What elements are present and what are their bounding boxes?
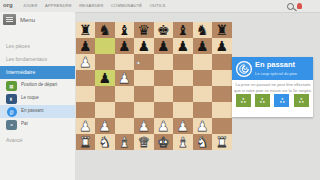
square-f4[interactable]: [173, 86, 193, 102]
square-e7[interactable]: ♟: [154, 38, 174, 54]
sidebar-item-avance[interactable]: Avancé: [0, 134, 75, 147]
level-3-current[interactable]: ★★★: [274, 94, 289, 107]
square-g1[interactable]: ♞: [193, 134, 213, 150]
square-d2[interactable]: ♟: [134, 118, 154, 134]
square-a6[interactable]: ♟: [76, 54, 96, 70]
square-a2[interactable]: ♟: [76, 118, 96, 134]
square-c8[interactable]: ♝: [115, 22, 135, 38]
board-setup-icon: ▦: [6, 81, 17, 91]
square-f2[interactable]: ♟: [173, 118, 193, 134]
square-f1[interactable]: ♝: [173, 134, 193, 150]
nav-item-regarder[interactable]: REGARDER: [79, 3, 103, 8]
sidebar-item-label: En passant: [21, 108, 66, 118]
square-g6[interactable]: [193, 54, 213, 70]
square-c6[interactable]: [115, 54, 135, 70]
level-4[interactable]: ★★★: [294, 94, 309, 107]
black-rook[interactable]: ♜: [212, 22, 232, 38]
square-g5[interactable]: [193, 70, 213, 86]
square-g2[interactable]: ♟: [193, 118, 213, 134]
square-a5[interactable]: [76, 70, 96, 86]
sidebar-item-position-de-depart[interactable]: ▦Position de départ: [0, 79, 75, 92]
sidebar-item-pat[interactable]: =Pat: [0, 118, 75, 131]
lesson-subtitle: Le coup spécial du pion: [255, 71, 320, 80]
square-a8[interactable]: ♜: [76, 22, 96, 38]
square-f8[interactable]: ♝: [173, 22, 193, 38]
square-b1[interactable]: ♞: [95, 134, 115, 150]
white-pawn[interactable]: ♟: [115, 70, 135, 86]
lesson-panel-body: La prise en passant ne peut être effectu…: [232, 80, 313, 117]
black-bishop[interactable]: ♝: [173, 22, 193, 38]
white-knight[interactable]: ♞: [193, 134, 213, 150]
black-knight[interactable]: ♞: [95, 22, 115, 38]
black-knight[interactable]: ♞: [193, 22, 213, 38]
square-e5[interactable]: [154, 70, 174, 86]
white-pawn[interactable]: ♟: [154, 118, 174, 134]
level-progress: ★★★★★★★★★★★★: [232, 94, 313, 110]
black-queen[interactable]: ♛: [134, 22, 154, 38]
square-h8[interactable]: ♜: [212, 22, 232, 38]
en-passant-swirl-icon: @: [7, 107, 17, 117]
square-d4[interactable]: [134, 86, 154, 102]
white-pawn[interactable]: ♟: [76, 54, 96, 70]
white-pawn[interactable]: ♟: [173, 118, 193, 134]
square-h2[interactable]: [212, 118, 232, 134]
black-pawn[interactable]: ♟: [173, 38, 193, 54]
white-king[interactable]: ♚: [154, 134, 174, 150]
white-knight[interactable]: ♞: [95, 134, 115, 150]
square-d1[interactable]: ♛: [134, 134, 154, 150]
square-a3[interactable]: [76, 102, 96, 118]
sidebar-section-label: Avancé: [6, 137, 39, 148]
square-d3[interactable]: [134, 102, 154, 118]
square-f3[interactable]: [173, 102, 193, 118]
square-c7[interactable]: ♟: [115, 38, 135, 54]
square-b3[interactable]: [95, 102, 115, 118]
search-icon[interactable]: [287, 3, 294, 10]
sidebar-item-en-passant[interactable]: @En passant: [0, 105, 75, 118]
square-a7[interactable]: ♟: [76, 38, 96, 54]
square-c2[interactable]: [115, 118, 135, 134]
learn-sidebar: Menu Les piècesLes fondamentauxIntermédi…: [0, 12, 75, 180]
level-2[interactable]: ★★★: [255, 94, 270, 107]
white-bishop[interactable]: ♝: [173, 134, 193, 150]
square-b4[interactable]: [95, 86, 115, 102]
nav-item-communaute[interactable]: COMMUNAUTÉ: [111, 3, 142, 8]
square-h4[interactable]: [212, 86, 232, 102]
square-h1[interactable]: ♜: [212, 134, 232, 150]
black-bishop[interactable]: ♝: [115, 22, 135, 38]
sidebar-item-intermediaire[interactable]: Intermédiaire: [0, 66, 75, 79]
white-bishop[interactable]: ♝: [115, 134, 135, 150]
square-a4[interactable]: [76, 86, 96, 102]
black-pawn[interactable]: ♟: [115, 38, 135, 54]
notification-icon[interactable]: [297, 3, 302, 9]
square-a1[interactable]: ♜: [76, 134, 96, 150]
black-pawn[interactable]: ♟: [76, 38, 96, 54]
white-queen[interactable]: ♛: [134, 134, 154, 150]
sidebar-item-les-fondamentaux[interactable]: Les fondamentaux: [0, 53, 75, 66]
lichess-learn-page: org JOUERAPPRENDREREGARDERCOMMUNAUTÉOUTI…: [0, 0, 320, 180]
en-passant-swirl-icon: [235, 60, 253, 78]
black-pawn[interactable]: ♟: [134, 38, 154, 54]
square-e3[interactable]: [154, 102, 174, 118]
square-b8[interactable]: ♞: [95, 22, 115, 38]
nav-item-outils[interactable]: OUTILS: [150, 3, 166, 8]
nav-item-apprendre[interactable]: APPRENDRE: [45, 3, 72, 8]
top-nav-items: JOUERAPPRENDREREGARDERCOMMUNAUTÉOUTILS: [23, 3, 308, 12]
black-rook[interactable]: ♜: [76, 22, 96, 38]
square-h6[interactable]: [212, 54, 232, 70]
white-pawn[interactable]: ♟: [134, 118, 154, 134]
white-pawn[interactable]: ♟: [76, 118, 96, 134]
lesson-panel: En passant Le coup spécial du pion La pr…: [232, 57, 313, 117]
square-e8[interactable]: ♚: [154, 22, 174, 38]
chess-board[interactable]: ♜♞♝♛♚♝♞♜♟♟♟♟♟♟♟♟♟♟♟♟♟♟♟♟♜♞♝♛♚♝♞♜: [76, 22, 232, 150]
square-d7[interactable]: ♟: [134, 38, 154, 54]
menu-icon[interactable]: [3, 14, 16, 25]
square-c5[interactable]: ♟: [115, 70, 135, 86]
sidebar-item-label: Pat: [21, 121, 35, 131]
mouse-cursor: ✦: [136, 60, 145, 73]
black-pawn[interactable]: ♟: [193, 38, 213, 54]
square-e2[interactable]: ♟: [154, 118, 174, 134]
square-g3[interactable]: [193, 102, 213, 118]
white-rook[interactable]: ♜: [212, 134, 232, 150]
lesson-panel-header: En passant Le coup spécial du pion: [232, 57, 313, 80]
square-e4[interactable]: [154, 86, 174, 102]
square-g7[interactable]: ♟: [193, 38, 213, 54]
white-pawn[interactable]: ♟: [95, 118, 115, 134]
square-e1[interactable]: ♚: [154, 134, 174, 150]
square-h5[interactable]: [212, 70, 232, 86]
white-pawn[interactable]: ♟: [193, 118, 213, 134]
square-f6[interactable]: [173, 54, 193, 70]
square-g8[interactable]: ♞: [193, 22, 213, 38]
square-e6[interactable]: [154, 54, 174, 70]
level-1[interactable]: ★★★: [236, 94, 251, 107]
sidebar-item-les-pieces[interactable]: Les pièces: [0, 40, 75, 53]
square-b7[interactable]: [95, 38, 115, 54]
square-f7[interactable]: ♟: [173, 38, 193, 54]
black-pawn[interactable]: ♟: [212, 38, 232, 54]
square-g4[interactable]: [193, 86, 213, 102]
black-pawn[interactable]: ♟: [154, 38, 174, 54]
castling-icon: ♜: [6, 94, 17, 104]
square-d8[interactable]: ♛: [134, 22, 154, 38]
sidebar-menu-label: Menu: [20, 16, 50, 30]
sidebar-item-label: Le roque: [21, 95, 57, 105]
square-c3[interactable]: [115, 102, 135, 118]
square-c4[interactable]: [115, 86, 135, 102]
square-f5[interactable]: [173, 70, 193, 86]
square-b5[interactable]: ♟: [95, 70, 115, 86]
sidebar-item-le-roque[interactable]: ♜Le roque: [0, 92, 75, 105]
square-h7[interactable]: ♟: [212, 38, 232, 54]
square-h3[interactable]: [212, 102, 232, 118]
square-b2[interactable]: ♟: [95, 118, 115, 134]
nav-item-jouer[interactable]: JOUER: [23, 3, 38, 8]
black-king[interactable]: ♚: [154, 22, 174, 38]
square-b6[interactable]: [95, 54, 115, 70]
stalemate-icon: =: [6, 120, 17, 130]
white-rook[interactable]: ♜: [76, 134, 96, 150]
square-c1[interactable]: ♝: [115, 134, 135, 150]
black-pawn[interactable]: ♟: [95, 70, 115, 86]
